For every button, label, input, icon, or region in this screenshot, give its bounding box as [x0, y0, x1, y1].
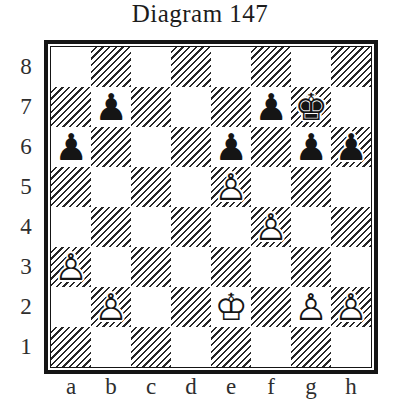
square-h3[interactable] [331, 247, 371, 287]
square-f2[interactable] [251, 287, 291, 327]
rank-label-5: 5 [14, 167, 38, 207]
white-pawn[interactable]: ♟♙ [51, 247, 91, 287]
square-e5[interactable]: ♟♙ [211, 167, 251, 207]
square-g3[interactable] [291, 247, 331, 287]
square-c6[interactable] [131, 127, 171, 167]
file-label-g: g [291, 374, 331, 400]
square-f8[interactable] [251, 47, 291, 87]
square-f7[interactable]: ♟♟ [251, 87, 291, 127]
square-b4[interactable] [91, 207, 131, 247]
white-pawn-glyph: ♙ [251, 207, 291, 247]
square-b2[interactable]: ♟♙ [91, 287, 131, 327]
square-c1[interactable] [131, 327, 171, 367]
black-pawn[interactable]: ♟♟ [51, 127, 91, 167]
square-h6[interactable]: ♟♟ [331, 127, 371, 167]
square-a7[interactable] [51, 87, 91, 127]
file-label-c: c [131, 374, 171, 400]
white-king[interactable]: ♚♔ [211, 287, 251, 327]
white-king-glyph: ♔ [211, 287, 251, 327]
square-c2[interactable] [131, 287, 171, 327]
square-h4[interactable] [331, 207, 371, 247]
square-a1[interactable] [51, 327, 91, 367]
white-pawn[interactable]: ♟♙ [291, 287, 331, 327]
rank-label-2: 2 [14, 287, 38, 327]
black-king-glyph: ♚ [291, 87, 331, 127]
square-d7[interactable] [171, 87, 211, 127]
file-label-h: h [331, 374, 371, 400]
square-h8[interactable] [331, 47, 371, 87]
white-pawn-glyph: ♙ [91, 287, 131, 327]
square-h5[interactable] [331, 167, 371, 207]
file-label-d: d [171, 374, 211, 400]
diagram-title: Diagram 147 [0, 0, 400, 28]
square-d3[interactable] [171, 247, 211, 287]
white-pawn-glyph: ♙ [331, 287, 371, 327]
white-pawn[interactable]: ♟♙ [91, 287, 131, 327]
board-frame: ♟♟♟♟♚♚♟♟♟♟♟♟♟♟♟♙♟♙♟♙♟♙♚♔♟♙♟♙ [44, 40, 378, 374]
square-f4[interactable]: ♟♙ [251, 207, 291, 247]
square-g1[interactable] [291, 327, 331, 367]
white-pawn-glyph: ♙ [211, 167, 251, 207]
rank-label-6: 6 [14, 127, 38, 167]
square-h7[interactable] [331, 87, 371, 127]
square-d5[interactable] [171, 167, 211, 207]
square-e7[interactable] [211, 87, 251, 127]
square-d8[interactable] [171, 47, 211, 87]
black-pawn-glyph: ♟ [51, 127, 91, 167]
square-h1[interactable] [331, 327, 371, 367]
white-pawn[interactable]: ♟♙ [331, 287, 371, 327]
square-a3[interactable]: ♟♙ [51, 247, 91, 287]
rank-labels: 87654321 [14, 47, 38, 367]
square-d1[interactable] [171, 327, 211, 367]
diagram-page: Diagram 147 87654321 ♟♟♟♟♚♚♟♟♟♟♟♟♟♟♟♙♟♙♟… [0, 0, 400, 400]
square-b7[interactable]: ♟♟ [91, 87, 131, 127]
square-f1[interactable] [251, 327, 291, 367]
square-b1[interactable] [91, 327, 131, 367]
square-c5[interactable] [131, 167, 171, 207]
file-label-a: a [51, 374, 91, 400]
square-a2[interactable] [51, 287, 91, 327]
square-e6[interactable]: ♟♟ [211, 127, 251, 167]
file-labels: abcdefgh [51, 374, 371, 400]
square-d4[interactable] [171, 207, 211, 247]
square-b8[interactable] [91, 47, 131, 87]
square-a6[interactable]: ♟♟ [51, 127, 91, 167]
square-c3[interactable] [131, 247, 171, 287]
rank-label-3: 3 [14, 247, 38, 287]
black-pawn-glyph: ♟ [251, 87, 291, 127]
square-g6[interactable]: ♟♟ [291, 127, 331, 167]
square-b5[interactable] [91, 167, 131, 207]
square-d2[interactable] [171, 287, 211, 327]
rank-label-1: 1 [14, 327, 38, 367]
square-e2[interactable]: ♚♔ [211, 287, 251, 327]
black-pawn[interactable]: ♟♟ [331, 127, 371, 167]
square-a5[interactable] [51, 167, 91, 207]
black-pawn-glyph: ♟ [291, 127, 331, 167]
rank-label-8: 8 [14, 47, 38, 87]
chess-board: ♟♟♟♟♚♚♟♟♟♟♟♟♟♟♟♙♟♙♟♙♟♙♚♔♟♙♟♙ [50, 46, 372, 368]
black-pawn[interactable]: ♟♟ [251, 87, 291, 127]
white-pawn-glyph: ♙ [291, 287, 331, 327]
square-f5[interactable] [251, 167, 291, 207]
black-pawn[interactable]: ♟♟ [91, 87, 131, 127]
square-a8[interactable] [51, 47, 91, 87]
black-pawn[interactable]: ♟♟ [211, 127, 251, 167]
black-pawn-glyph: ♟ [331, 127, 371, 167]
square-e1[interactable] [211, 327, 251, 367]
white-pawn[interactable]: ♟♙ [211, 167, 251, 207]
file-label-b: b [91, 374, 131, 400]
square-g8[interactable] [291, 47, 331, 87]
square-g5[interactable] [291, 167, 331, 207]
square-e8[interactable] [211, 47, 251, 87]
square-c8[interactable] [131, 47, 171, 87]
square-f6[interactable] [251, 127, 291, 167]
square-c4[interactable] [131, 207, 171, 247]
rank-label-4: 4 [14, 207, 38, 247]
black-pawn[interactable]: ♟♟ [291, 127, 331, 167]
black-pawn-glyph: ♟ [211, 127, 251, 167]
file-label-f: f [251, 374, 291, 400]
white-pawn[interactable]: ♟♙ [251, 207, 291, 247]
square-h2[interactable]: ♟♙ [331, 287, 371, 327]
square-f3[interactable] [251, 247, 291, 287]
white-pawn-glyph: ♙ [51, 247, 91, 287]
square-g2[interactable]: ♟♙ [291, 287, 331, 327]
file-label-e: e [211, 374, 251, 400]
square-g4[interactable] [291, 207, 331, 247]
square-e3[interactable] [211, 247, 251, 287]
square-b6[interactable] [91, 127, 131, 167]
square-d6[interactable] [171, 127, 211, 167]
black-king[interactable]: ♚♚ [291, 87, 331, 127]
square-a4[interactable] [51, 207, 91, 247]
square-e4[interactable] [211, 207, 251, 247]
square-g7[interactable]: ♚♚ [291, 87, 331, 127]
square-c7[interactable] [131, 87, 171, 127]
square-b3[interactable] [91, 247, 131, 287]
black-pawn-glyph: ♟ [91, 87, 131, 127]
rank-label-7: 7 [14, 87, 38, 127]
